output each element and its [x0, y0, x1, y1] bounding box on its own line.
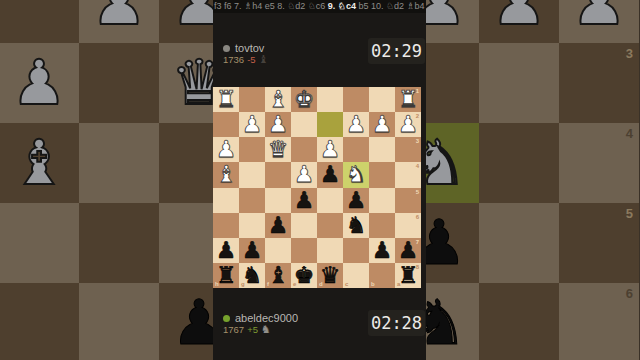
bg-square-g3 [79, 43, 159, 123]
square-g5[interactable] [239, 188, 265, 213]
piece-black-king[interactable]: ♚ [294, 264, 315, 287]
square-h7[interactable]: ♟ [213, 238, 239, 263]
square-h5[interactable] [213, 188, 239, 213]
square-e3[interactable] [291, 137, 317, 162]
bg-square-g2: ♟ [79, 0, 159, 43]
square-f1[interactable]: ♝ [265, 87, 291, 112]
square-b1[interactable] [369, 87, 395, 112]
square-c6[interactable]: ♞ [343, 213, 369, 238]
rank-label: 2 [416, 113, 419, 119]
square-d4[interactable]: ♟ [317, 162, 343, 187]
player-top-rating-delta: -5 [247, 54, 255, 65]
piece-black-pawn[interactable]: ♟ [268, 214, 289, 237]
square-h2[interactable] [213, 112, 239, 137]
square-c5[interactable]: ♟ [343, 188, 369, 213]
square-a8[interactable]: ♜8a [395, 263, 421, 288]
file-label: f [267, 281, 269, 287]
square-b7[interactable]: ♟ [369, 238, 395, 263]
piece-white-bishop[interactable]: ♝ [216, 163, 237, 186]
square-e6[interactable] [291, 213, 317, 238]
square-d3[interactable]: ♟ [317, 137, 343, 162]
moves-after[interactable]: b5 10. ♘d2 ♗b4 11. ♕d1 ♗ [358, 1, 426, 11]
square-d7[interactable] [317, 238, 343, 263]
square-e5[interactable]: ♟ [291, 188, 317, 213]
square-a6[interactable]: 6 [395, 213, 421, 238]
file-label: c [345, 281, 348, 287]
piece-black-pawn[interactable]: ♟ [372, 239, 393, 262]
bg-rank-label: 5 [626, 206, 633, 221]
bg-square-a3: 3 [559, 43, 639, 123]
square-c4[interactable]: ♞ [343, 162, 369, 187]
square-d5[interactable] [317, 188, 343, 213]
rank-label: 1 [416, 88, 419, 94]
move-list[interactable]: ♕f3 f6 7. ♗h4 e5 8. ♘d2 ♘c6 9. ♘c4 b5 10… [213, 0, 426, 13]
square-b2[interactable]: ♟ [369, 112, 395, 137]
square-f6[interactable]: ♟ [265, 213, 291, 238]
square-b6[interactable] [369, 213, 395, 238]
status-dot-top [223, 45, 230, 52]
square-h6[interactable] [213, 213, 239, 238]
player-bottom-rating-row: 1767 +5 ♞ [223, 324, 271, 335]
piece-white-pawn[interactable]: ♟ [268, 113, 289, 136]
piece-black-pawn[interactable]: ♟ [346, 189, 367, 212]
rank-label: 4 [416, 163, 419, 169]
bg-square-g6 [79, 283, 159, 360]
bg-square-b2: ♟ [479, 0, 559, 43]
square-e2[interactable] [291, 112, 317, 137]
bg-piece-white-pawn: ♟ [571, 0, 627, 34]
bg-square-b5 [479, 203, 559, 283]
piece-white-pawn[interactable]: ♟ [320, 138, 341, 161]
square-g6[interactable] [239, 213, 265, 238]
piece-white-rook[interactable]: ♜ [216, 88, 237, 111]
app-window: ♟♟♟♟♟♟♛♟3♝♟♟♞4♟♟5♟♞6 ♕f3 f6 7. ♗h4 e5 8.… [0, 0, 640, 360]
piece-white-knight[interactable]: ♞ [346, 163, 367, 186]
square-e1[interactable]: ♚ [291, 87, 317, 112]
square-f8[interactable]: ♝f [265, 263, 291, 288]
square-c1[interactable] [343, 87, 369, 112]
bg-square-h2 [0, 0, 79, 43]
captured-knight-icon: ♞ [261, 324, 271, 335]
bg-rank-label: 4 [626, 126, 633, 141]
square-b5[interactable] [369, 188, 395, 213]
piece-white-pawn[interactable]: ♟ [242, 113, 263, 136]
square-g4[interactable] [239, 162, 265, 187]
square-c8[interactable]: c [343, 263, 369, 288]
rank-label: 3 [416, 138, 419, 144]
square-a2[interactable]: ♟2 [395, 112, 421, 137]
bg-square-h3: ♟ [0, 43, 79, 123]
bg-rank-label: 3 [626, 46, 633, 61]
bg-square-g4 [79, 123, 159, 203]
piece-black-bishop[interactable]: ♝ [268, 264, 289, 287]
rank-label: 5 [416, 189, 419, 195]
bg-piece-white-pawn: ♟ [11, 52, 67, 114]
piece-black-pawn[interactable]: ♟ [242, 239, 263, 262]
piece-white-bishop[interactable]: ♝ [268, 88, 289, 111]
piece-black-pawn[interactable]: ♟ [320, 163, 341, 186]
player-bottom-rating-delta: +5 [247, 324, 258, 335]
square-e4[interactable]: ♟ [291, 162, 317, 187]
player-top-rating: 1736 [223, 54, 244, 65]
captured-bishop-icon: ♝ [259, 54, 269, 65]
bg-square-h4: ♝ [0, 123, 79, 203]
square-d8[interactable]: ♛d [317, 263, 343, 288]
rank-label: 7 [416, 239, 419, 245]
square-f7[interactable] [265, 238, 291, 263]
square-d1[interactable] [317, 87, 343, 112]
bg-square-h5 [0, 203, 79, 283]
bg-square-a2: ♟ [559, 0, 639, 43]
game-panel: ♕f3 f6 7. ♗h4 e5 8. ♘d2 ♘c6 9. ♘c4 b5 10… [213, 0, 426, 360]
square-a1[interactable]: ♜1 [395, 87, 421, 112]
moves-before[interactable]: ♕f3 f6 7. ♗h4 e5 8. ♘d2 ♘c6 [213, 1, 328, 11]
file-label: b [371, 281, 375, 287]
square-g7[interactable]: ♟ [239, 238, 265, 263]
square-c2[interactable]: ♟ [343, 112, 369, 137]
piece-white-queen[interactable]: ♛ [268, 138, 289, 161]
piece-white-king[interactable]: ♚ [294, 88, 315, 111]
rank-label: 8 [416, 264, 419, 270]
square-h3[interactable]: ♟ [213, 137, 239, 162]
square-g8[interactable]: ♞g [239, 263, 265, 288]
piece-black-pawn[interactable]: ♟ [216, 239, 237, 262]
bg-square-b6 [479, 283, 559, 360]
chess-board: ♜♝♚♜1♟♟♟♟♟2♟♛♟3♝♟♟♞4♟♟5♟♞6♟♟♟♟7♜h♞g♝f♚e♛… [213, 87, 421, 288]
rank-label: 6 [416, 214, 419, 220]
square-a5[interactable]: 5 [395, 188, 421, 213]
square-g3[interactable] [239, 137, 265, 162]
status-dot-bottom [223, 315, 230, 322]
piece-black-pawn[interactable]: ♟ [294, 189, 315, 212]
bg-square-a6: 6 [559, 283, 639, 360]
square-c3[interactable] [343, 137, 369, 162]
square-g1[interactable] [239, 87, 265, 112]
clock-top: 02:29 [368, 38, 425, 64]
bg-square-b4 [479, 123, 559, 203]
square-f5[interactable] [265, 188, 291, 213]
file-label: e [293, 281, 296, 287]
square-h1[interactable]: ♜ [213, 87, 239, 112]
file-label: g [241, 281, 245, 287]
piece-white-pawn[interactable]: ♟ [372, 113, 393, 136]
piece-white-pawn[interactable]: ♟ [294, 163, 315, 186]
square-a4[interactable]: 4 [395, 162, 421, 187]
square-h8[interactable]: ♜h [213, 263, 239, 288]
piece-black-knight[interactable]: ♞ [346, 214, 367, 237]
piece-white-pawn[interactable]: ♟ [216, 138, 237, 161]
square-g2[interactable]: ♟ [239, 112, 265, 137]
square-b3[interactable] [369, 137, 395, 162]
bg-piece-white-pawn: ♟ [491, 0, 547, 34]
player-bottom-rating: 1767 [223, 324, 244, 335]
bg-piece-white-pawn: ♟ [91, 0, 147, 34]
square-d2[interactable] [317, 112, 343, 137]
bg-square-h6 [0, 283, 79, 360]
move-current[interactable]: 9. ♘c4 [328, 1, 359, 11]
player-top-rating-row: 1736 -5 ♝ [223, 54, 268, 65]
square-d6[interactable] [317, 213, 343, 238]
square-h4[interactable]: ♝ [213, 162, 239, 187]
square-a3[interactable]: 3 [395, 137, 421, 162]
square-f3[interactable]: ♛ [265, 137, 291, 162]
square-c7[interactable] [343, 238, 369, 263]
file-label: d [319, 281, 323, 287]
square-e7[interactable] [291, 238, 317, 263]
clock-bottom: 02:28 [368, 310, 425, 336]
bg-square-a4: 4 [559, 123, 639, 203]
bg-square-b3 [479, 43, 559, 123]
file-label: h [215, 281, 219, 287]
square-b8[interactable]: b [369, 263, 395, 288]
square-b4[interactable] [369, 162, 395, 187]
piece-white-pawn[interactable]: ♟ [346, 113, 367, 136]
bg-rank-label: 6 [626, 286, 633, 301]
square-f2[interactable]: ♟ [265, 112, 291, 137]
square-a7[interactable]: ♟7 [395, 238, 421, 263]
square-f4[interactable] [265, 162, 291, 187]
bg-square-g5 [79, 203, 159, 283]
file-label: a [397, 281, 400, 287]
square-e8[interactable]: ♚e [291, 263, 317, 288]
bg-piece-white-bishop: ♝ [11, 132, 67, 194]
bg-square-a5: 5 [559, 203, 639, 283]
